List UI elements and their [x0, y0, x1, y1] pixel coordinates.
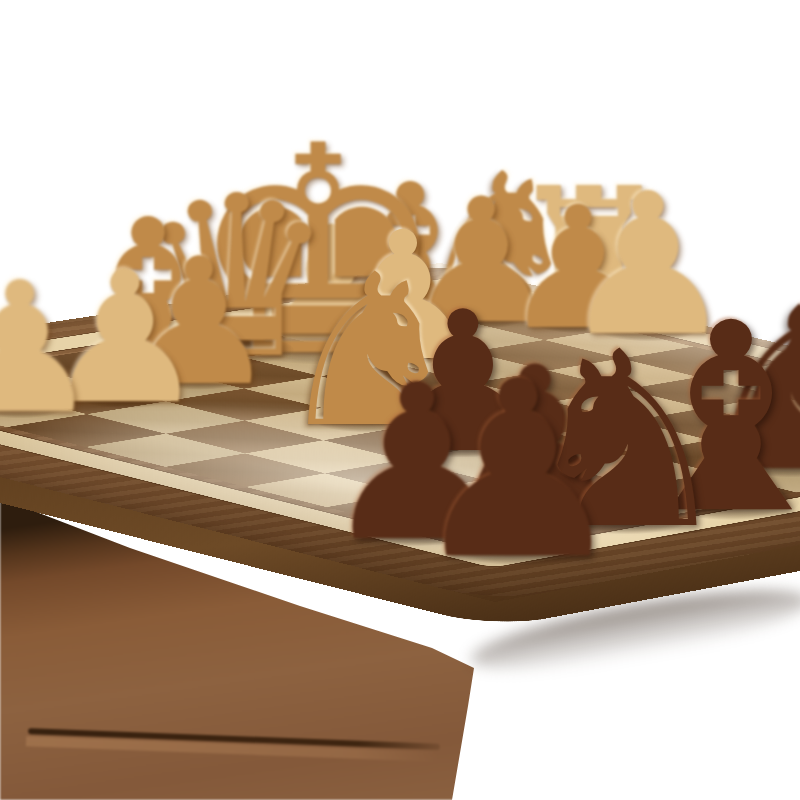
black-pawn-a6: ♟ [409, 349, 628, 593]
white-pawn-a2: ♟ [0, 258, 101, 439]
chess-photo-scene: ♝♞♜♟♟♟♟♚♛♟♝♟♟♟♞♟♞♟♝♞♟♟ [0, 0, 800, 800]
pieces-layer: ♝♞♜♟♟♟♟♚♛♟♝♟♟♟♞♟♞♟♝♞♟♟ [0, 0, 800, 800]
